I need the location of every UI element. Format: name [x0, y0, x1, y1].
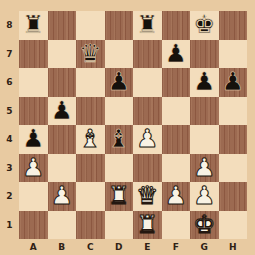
rank-label-5: 5 [0, 97, 19, 126]
square-a4[interactable]: ♟ [19, 125, 48, 154]
square-a2[interactable] [19, 182, 48, 211]
square-e7[interactable] [133, 40, 162, 69]
file-label-c: C [76, 238, 105, 255]
square-b7[interactable] [48, 40, 77, 69]
square-e2[interactable]: ♛ [133, 182, 162, 211]
black-pawn: ♟ [222, 68, 244, 96]
square-h7[interactable] [219, 40, 248, 69]
square-e5[interactable] [133, 97, 162, 126]
file-label-f: F [162, 238, 191, 255]
file-label-h: H [219, 238, 248, 255]
square-f3[interactable] [162, 154, 191, 183]
white-pawn: ♟ [193, 154, 215, 182]
file-label-g: G [190, 238, 219, 255]
square-c7[interactable]: ♛ [76, 40, 105, 69]
black-pawn: ♟ [108, 68, 130, 96]
square-c5[interactable] [76, 97, 105, 126]
square-g6[interactable]: ♟ [190, 68, 219, 97]
white-pawn: ♟ [22, 154, 44, 182]
square-b5[interactable]: ♟ [48, 97, 77, 126]
square-c1[interactable] [76, 211, 105, 240]
black-pawn: ♟ [22, 125, 44, 153]
black-pawn: ♟ [193, 68, 215, 96]
white-pawn: ♟ [193, 182, 215, 210]
white-king: ♚ [193, 211, 215, 239]
square-h8[interactable] [219, 11, 248, 40]
square-a6[interactable] [19, 68, 48, 97]
white-bishop: ♝ [79, 125, 101, 153]
square-b3[interactable] [48, 154, 77, 183]
square-a5[interactable] [19, 97, 48, 126]
chess-board: ♜♜♚♛♟♟♟♟♟♟♝♝♟♟♟♟♜♛♟♟♜♚ [19, 11, 247, 239]
rank-label-3: 3 [0, 154, 19, 183]
square-b6[interactable] [48, 68, 77, 97]
square-g2[interactable]: ♟ [190, 182, 219, 211]
rank-label-6: 6 [0, 68, 19, 97]
black-king: ♚ [193, 11, 215, 39]
file-label-e: E [133, 238, 162, 255]
rank-label-8: 8 [0, 11, 19, 40]
square-a8[interactable]: ♜ [19, 11, 48, 40]
square-e1[interactable]: ♜ [133, 211, 162, 240]
square-b8[interactable] [48, 11, 77, 40]
square-f1[interactable] [162, 211, 191, 240]
square-e3[interactable] [133, 154, 162, 183]
rank-label-7: 7 [0, 40, 19, 69]
square-d8[interactable] [105, 11, 134, 40]
black-queen: ♛ [79, 40, 101, 68]
square-g7[interactable] [190, 40, 219, 69]
square-d4[interactable]: ♝ [105, 125, 134, 154]
square-c3[interactable] [76, 154, 105, 183]
black-pawn: ♟ [51, 97, 73, 125]
square-b4[interactable] [48, 125, 77, 154]
square-a1[interactable] [19, 211, 48, 240]
black-rook: ♜ [22, 11, 44, 39]
black-rook: ♜ [136, 11, 158, 39]
rank-label-4: 4 [0, 125, 19, 154]
square-b1[interactable] [48, 211, 77, 240]
file-label-d: D [105, 238, 134, 255]
square-d2[interactable]: ♜ [105, 182, 134, 211]
square-h3[interactable] [219, 154, 248, 183]
square-a3[interactable]: ♟ [19, 154, 48, 183]
square-f2[interactable]: ♟ [162, 182, 191, 211]
white-rook: ♜ [108, 182, 130, 210]
square-d1[interactable] [105, 211, 134, 240]
square-h5[interactable] [219, 97, 248, 126]
square-d5[interactable] [105, 97, 134, 126]
white-queen: ♛ [136, 182, 158, 210]
square-c6[interactable] [76, 68, 105, 97]
white-pawn: ♟ [165, 182, 187, 210]
rank-label-1: 1 [0, 211, 19, 240]
square-c4[interactable]: ♝ [76, 125, 105, 154]
square-f8[interactable] [162, 11, 191, 40]
square-f5[interactable] [162, 97, 191, 126]
square-h1[interactable] [219, 211, 248, 240]
white-rook: ♜ [136, 211, 158, 239]
square-g8[interactable]: ♚ [190, 11, 219, 40]
black-pawn: ♟ [165, 40, 187, 68]
square-g1[interactable]: ♚ [190, 211, 219, 240]
square-g5[interactable] [190, 97, 219, 126]
square-d6[interactable]: ♟ [105, 68, 134, 97]
square-b2[interactable]: ♟ [48, 182, 77, 211]
square-e8[interactable]: ♜ [133, 11, 162, 40]
square-c2[interactable] [76, 182, 105, 211]
square-h4[interactable] [219, 125, 248, 154]
white-pawn: ♟ [136, 125, 158, 153]
square-f6[interactable] [162, 68, 191, 97]
square-c8[interactable] [76, 11, 105, 40]
black-bishop: ♝ [108, 125, 130, 153]
square-h2[interactable] [219, 182, 248, 211]
rank-labels: 87654321 [0, 11, 19, 239]
square-d7[interactable] [105, 40, 134, 69]
square-e6[interactable] [133, 68, 162, 97]
square-e4[interactable]: ♟ [133, 125, 162, 154]
rank-label-2: 2 [0, 182, 19, 211]
square-f7[interactable]: ♟ [162, 40, 191, 69]
square-d3[interactable] [105, 154, 134, 183]
white-pawn: ♟ [51, 182, 73, 210]
square-f4[interactable] [162, 125, 191, 154]
file-labels: ABCDEFGH [19, 238, 247, 255]
square-h6[interactable]: ♟ [219, 68, 248, 97]
file-label-b: B [48, 238, 77, 255]
chess-diagram: ♜♜♚♛♟♟♟♟♟♟♝♝♟♟♟♟♜♛♟♟♜♚ 87654321 ABCDEFGH [0, 0, 255, 255]
square-g4[interactable] [190, 125, 219, 154]
file-label-a: A [19, 238, 48, 255]
square-a7[interactable] [19, 40, 48, 69]
square-g3[interactable]: ♟ [190, 154, 219, 183]
